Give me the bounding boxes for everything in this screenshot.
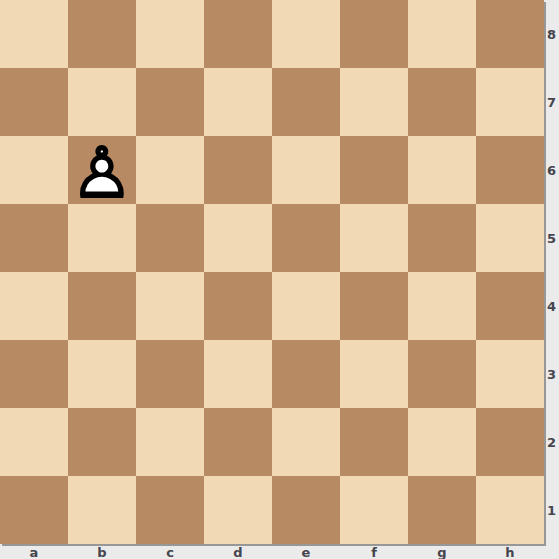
square-d8[interactable] xyxy=(204,0,272,68)
square-e8[interactable] xyxy=(272,0,340,68)
chess-board-panel: ♟♙ 87654321 abcdefgh xyxy=(0,0,559,559)
rank-label-2: 2 xyxy=(544,408,559,476)
square-d1[interactable] xyxy=(204,476,272,544)
square-a5[interactable] xyxy=(0,204,68,272)
file-label-f: f xyxy=(340,546,408,559)
square-e4[interactable] xyxy=(272,272,340,340)
square-h6[interactable] xyxy=(476,136,544,204)
square-f2[interactable] xyxy=(340,408,408,476)
square-c4[interactable] xyxy=(136,272,204,340)
file-label-d: d xyxy=(204,546,272,559)
square-h5[interactable] xyxy=(476,204,544,272)
square-b8[interactable] xyxy=(68,0,136,68)
square-f1[interactable] xyxy=(340,476,408,544)
square-g5[interactable] xyxy=(408,204,476,272)
square-g4[interactable] xyxy=(408,272,476,340)
square-g1[interactable] xyxy=(408,476,476,544)
square-f6[interactable] xyxy=(340,136,408,204)
square-c8[interactable] xyxy=(136,0,204,68)
chess-board: ♟♙ xyxy=(0,0,544,544)
square-f7[interactable] xyxy=(340,68,408,136)
square-h8[interactable] xyxy=(476,0,544,68)
rank-label-4: 4 xyxy=(544,272,559,340)
square-d4[interactable] xyxy=(204,272,272,340)
square-f5[interactable] xyxy=(340,204,408,272)
square-g7[interactable] xyxy=(408,68,476,136)
square-e1[interactable] xyxy=(272,476,340,544)
square-d6[interactable] xyxy=(204,136,272,204)
square-d3[interactable] xyxy=(204,340,272,408)
square-h1[interactable] xyxy=(476,476,544,544)
square-e5[interactable] xyxy=(272,204,340,272)
square-f3[interactable] xyxy=(340,340,408,408)
square-b5[interactable] xyxy=(68,204,136,272)
square-d2[interactable] xyxy=(204,408,272,476)
white-pawn-outline: ♙ xyxy=(71,138,134,208)
file-label-h: h xyxy=(476,546,544,559)
square-b1[interactable] xyxy=(68,476,136,544)
square-f4[interactable] xyxy=(340,272,408,340)
square-b4[interactable] xyxy=(68,272,136,340)
square-e7[interactable] xyxy=(272,68,340,136)
square-a7[interactable] xyxy=(0,68,68,136)
square-c6[interactable] xyxy=(136,136,204,204)
rank-label-6: 6 xyxy=(544,136,559,204)
square-c1[interactable] xyxy=(136,476,204,544)
square-f8[interactable] xyxy=(340,0,408,68)
square-h3[interactable] xyxy=(476,340,544,408)
white-pawn[interactable]: ♟♙ xyxy=(68,136,136,204)
square-e6[interactable] xyxy=(272,136,340,204)
square-c7[interactable] xyxy=(136,68,204,136)
file-labels: abcdefgh xyxy=(0,546,544,559)
rank-label-1: 1 xyxy=(544,476,559,544)
square-d5[interactable] xyxy=(204,204,272,272)
square-b2[interactable] xyxy=(68,408,136,476)
square-a1[interactable] xyxy=(0,476,68,544)
square-b6[interactable]: ♟♙ xyxy=(68,136,136,204)
square-b3[interactable] xyxy=(68,340,136,408)
square-c2[interactable] xyxy=(136,408,204,476)
square-c5[interactable] xyxy=(136,204,204,272)
file-label-a: a xyxy=(0,546,68,559)
square-g6[interactable] xyxy=(408,136,476,204)
square-h2[interactable] xyxy=(476,408,544,476)
square-a3[interactable] xyxy=(0,340,68,408)
file-label-e: e xyxy=(272,546,340,559)
rank-label-5: 5 xyxy=(544,204,559,272)
square-h4[interactable] xyxy=(476,272,544,340)
square-c3[interactable] xyxy=(136,340,204,408)
rank-label-8: 8 xyxy=(544,0,559,68)
file-label-c: c xyxy=(136,546,204,559)
square-a6[interactable] xyxy=(0,136,68,204)
file-label-b: b xyxy=(68,546,136,559)
square-a8[interactable] xyxy=(0,0,68,68)
square-g2[interactable] xyxy=(408,408,476,476)
rank-labels: 87654321 xyxy=(544,0,559,544)
square-h7[interactable] xyxy=(476,68,544,136)
square-a4[interactable] xyxy=(0,272,68,340)
square-a2[interactable] xyxy=(0,408,68,476)
square-e2[interactable] xyxy=(272,408,340,476)
file-label-g: g xyxy=(408,546,476,559)
rank-label-3: 3 xyxy=(544,340,559,408)
square-g8[interactable] xyxy=(408,0,476,68)
square-g3[interactable] xyxy=(408,340,476,408)
square-b7[interactable] xyxy=(68,68,136,136)
square-d7[interactable] xyxy=(204,68,272,136)
rank-label-7: 7 xyxy=(544,68,559,136)
square-e3[interactable] xyxy=(272,340,340,408)
